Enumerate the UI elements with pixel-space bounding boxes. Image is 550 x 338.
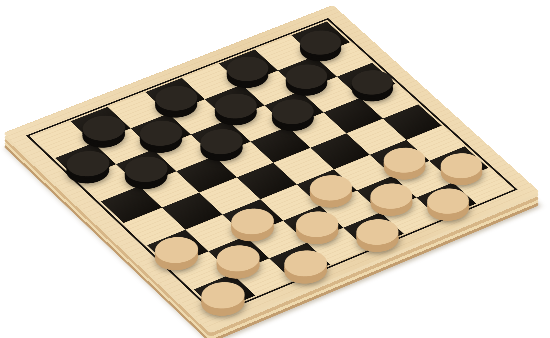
playing-grid: ●●●●●●●●●●●●●●●●●●●●●●●● <box>32 21 511 311</box>
checkers-board: ●●●●●●●●●●●●●●●●●●●●●●●● <box>3 5 540 330</box>
scene: ●●●●●●●●●●●●●●●●●●●●●●●● <box>0 0 550 338</box>
